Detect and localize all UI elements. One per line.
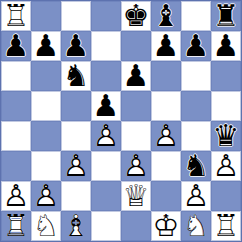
square-d8[interactable]	[91, 1, 121, 31]
white-piece-outline: ♖	[213, 211, 240, 241]
piece-white-rook[interactable]: ♜♖	[1, 1, 31, 31]
black-piece-glyph: ♟	[123, 61, 150, 91]
piece-black-pawn[interactable]: ♟	[91, 91, 121, 121]
square-f8[interactable]: ♝	[151, 1, 181, 31]
square-c6[interactable]: ♞	[61, 61, 91, 91]
piece-white-pawn[interactable]: ♟♙	[1, 181, 31, 211]
piece-white-knight[interactable]: ♞♘	[181, 211, 211, 241]
white-piece-outline: ♔	[153, 211, 180, 241]
white-piece-outline: ♘	[33, 211, 60, 241]
square-a5[interactable]	[1, 91, 31, 121]
black-piece-glyph: ♛	[213, 121, 240, 151]
black-piece-glyph: ♞	[183, 151, 210, 181]
square-d4[interactable]: ♟♙	[91, 121, 121, 151]
square-h4[interactable]: ♛	[211, 121, 241, 151]
square-g6[interactable]	[181, 61, 211, 91]
black-piece-glyph: ♚	[123, 1, 150, 31]
piece-black-pawn[interactable]: ♟	[181, 31, 211, 61]
piece-black-king[interactable]: ♚	[121, 1, 151, 31]
square-c3[interactable]: ♟♙	[61, 151, 91, 181]
square-e6[interactable]: ♟	[121, 61, 151, 91]
square-b5[interactable]	[31, 91, 61, 121]
piece-white-pawn[interactable]: ♟♙	[181, 181, 211, 211]
black-piece-glyph: ♟	[33, 31, 60, 61]
square-b4[interactable]	[31, 121, 61, 151]
piece-black-pawn[interactable]: ♟	[211, 31, 241, 61]
black-piece-glyph: ♟	[213, 31, 240, 61]
piece-black-bishop[interactable]: ♝	[151, 1, 181, 31]
square-h1[interactable]: ♜♖	[211, 211, 241, 241]
white-piece-outline: ♕	[123, 181, 150, 211]
square-b6[interactable]	[31, 61, 61, 91]
square-d5[interactable]: ♟	[91, 91, 121, 121]
square-f2[interactable]	[151, 181, 181, 211]
white-piece-outline: ♖	[3, 211, 30, 241]
square-a6[interactable]	[1, 61, 31, 91]
square-b2[interactable]: ♟♙	[31, 181, 61, 211]
square-d1[interactable]	[91, 211, 121, 241]
piece-white-rook[interactable]: ♜♖	[211, 211, 241, 241]
square-e4[interactable]	[121, 121, 151, 151]
square-f1[interactable]: ♚♔	[151, 211, 181, 241]
black-piece-glyph: ♟	[3, 31, 30, 61]
square-h5[interactable]	[211, 91, 241, 121]
square-a4[interactable]	[1, 121, 31, 151]
white-piece-outline: ♙	[63, 151, 90, 181]
square-c4[interactable]	[61, 121, 91, 151]
square-e5[interactable]	[121, 91, 151, 121]
piece-black-queen[interactable]: ♛	[211, 121, 241, 151]
piece-white-pawn[interactable]: ♟♙	[31, 181, 61, 211]
square-e8[interactable]: ♚	[121, 1, 151, 31]
square-c2[interactable]	[61, 181, 91, 211]
piece-white-pawn[interactable]: ♟♙	[61, 151, 91, 181]
square-f6[interactable]	[151, 61, 181, 91]
square-e3[interactable]: ♟♙	[121, 151, 151, 181]
piece-black-pawn[interactable]: ♟	[1, 31, 31, 61]
piece-black-pawn[interactable]: ♟	[151, 31, 181, 61]
square-g4[interactable]	[181, 121, 211, 151]
white-piece-outline: ♙	[183, 181, 210, 211]
square-e2[interactable]: ♛♕	[121, 181, 151, 211]
square-e7[interactable]	[121, 31, 151, 61]
white-piece-outline: ♙	[153, 121, 180, 151]
square-a8[interactable]: ♜♖	[1, 1, 31, 31]
square-c7[interactable]: ♟	[61, 31, 91, 61]
piece-black-knight[interactable]: ♞	[181, 151, 211, 181]
square-d2[interactable]	[91, 181, 121, 211]
black-piece-glyph: ♝	[153, 1, 180, 31]
black-piece-glyph: ♟	[63, 31, 90, 61]
square-h8[interactable]: ♜	[211, 1, 241, 31]
square-g7[interactable]: ♟	[181, 31, 211, 61]
square-f5[interactable]	[151, 91, 181, 121]
square-g2[interactable]: ♟♙	[181, 181, 211, 211]
white-piece-outline: ♙	[3, 181, 30, 211]
square-d3[interactable]	[91, 151, 121, 181]
piece-white-bishop[interactable]: ♝♗	[61, 211, 91, 241]
square-g3[interactable]: ♞	[181, 151, 211, 181]
piece-white-rook[interactable]: ♜♖	[1, 211, 31, 241]
square-a1[interactable]: ♜♖	[1, 211, 31, 241]
square-h3[interactable]: ♟♙	[211, 151, 241, 181]
square-b3[interactable]	[31, 151, 61, 181]
square-f3[interactable]	[151, 151, 181, 181]
white-piece-outline: ♙	[213, 151, 240, 181]
square-e1[interactable]	[121, 211, 151, 241]
piece-white-king[interactable]: ♚♔	[151, 211, 181, 241]
white-piece-outline: ♙	[123, 151, 150, 181]
square-d6[interactable]	[91, 61, 121, 91]
square-b8[interactable]	[31, 1, 61, 31]
black-piece-glyph: ♟	[183, 31, 210, 61]
square-h6[interactable]	[211, 61, 241, 91]
piece-white-queen[interactable]: ♛♕	[121, 181, 151, 211]
piece-white-knight[interactable]: ♞♘	[31, 211, 61, 241]
square-c5[interactable]	[61, 91, 91, 121]
square-c1[interactable]: ♝♗	[61, 211, 91, 241]
piece-white-pawn[interactable]: ♟♙	[91, 121, 121, 151]
piece-black-rook[interactable]: ♜	[211, 1, 241, 31]
piece-white-pawn[interactable]: ♟♙	[121, 151, 151, 181]
square-b7[interactable]: ♟	[31, 31, 61, 61]
black-piece-glyph: ♜	[213, 1, 240, 31]
white-piece-outline: ♘	[183, 211, 210, 241]
square-g8[interactable]	[181, 1, 211, 31]
white-piece-outline: ♙	[93, 121, 120, 151]
black-piece-glyph: ♟	[93, 91, 120, 121]
piece-black-pawn[interactable]: ♟	[61, 31, 91, 61]
white-piece-outline: ♗	[63, 211, 90, 241]
piece-black-pawn[interactable]: ♟	[31, 31, 61, 61]
black-piece-glyph: ♟	[153, 31, 180, 61]
square-h2[interactable]	[211, 181, 241, 211]
piece-black-knight[interactable]: ♞	[61, 61, 91, 91]
square-g1[interactable]: ♞♘	[181, 211, 211, 241]
piece-white-pawn[interactable]: ♟♙	[151, 121, 181, 151]
piece-black-pawn[interactable]: ♟	[121, 61, 151, 91]
black-piece-glyph: ♞	[63, 61, 90, 91]
white-piece-outline: ♙	[33, 181, 60, 211]
chess-board: ♜♖♚♝♜♟♟♟♟♟♟♞♟♟♟♙♟♙♛♟♙♟♙♞♟♙♟♙♟♙♛♕♟♙♜♖♞♘♝♗…	[0, 0, 242, 242]
white-piece-outline: ♖	[3, 1, 30, 31]
square-a7[interactable]: ♟	[1, 31, 31, 61]
square-c8[interactable]	[61, 1, 91, 31]
square-a2[interactable]: ♟♙	[1, 181, 31, 211]
square-g5[interactable]	[181, 91, 211, 121]
square-f4[interactable]: ♟♙	[151, 121, 181, 151]
square-h7[interactable]: ♟	[211, 31, 241, 61]
square-f7[interactable]: ♟	[151, 31, 181, 61]
piece-white-pawn[interactable]: ♟♙	[211, 151, 241, 181]
square-a3[interactable]	[1, 151, 31, 181]
square-b1[interactable]: ♞♘	[31, 211, 61, 241]
square-d7[interactable]	[91, 31, 121, 61]
